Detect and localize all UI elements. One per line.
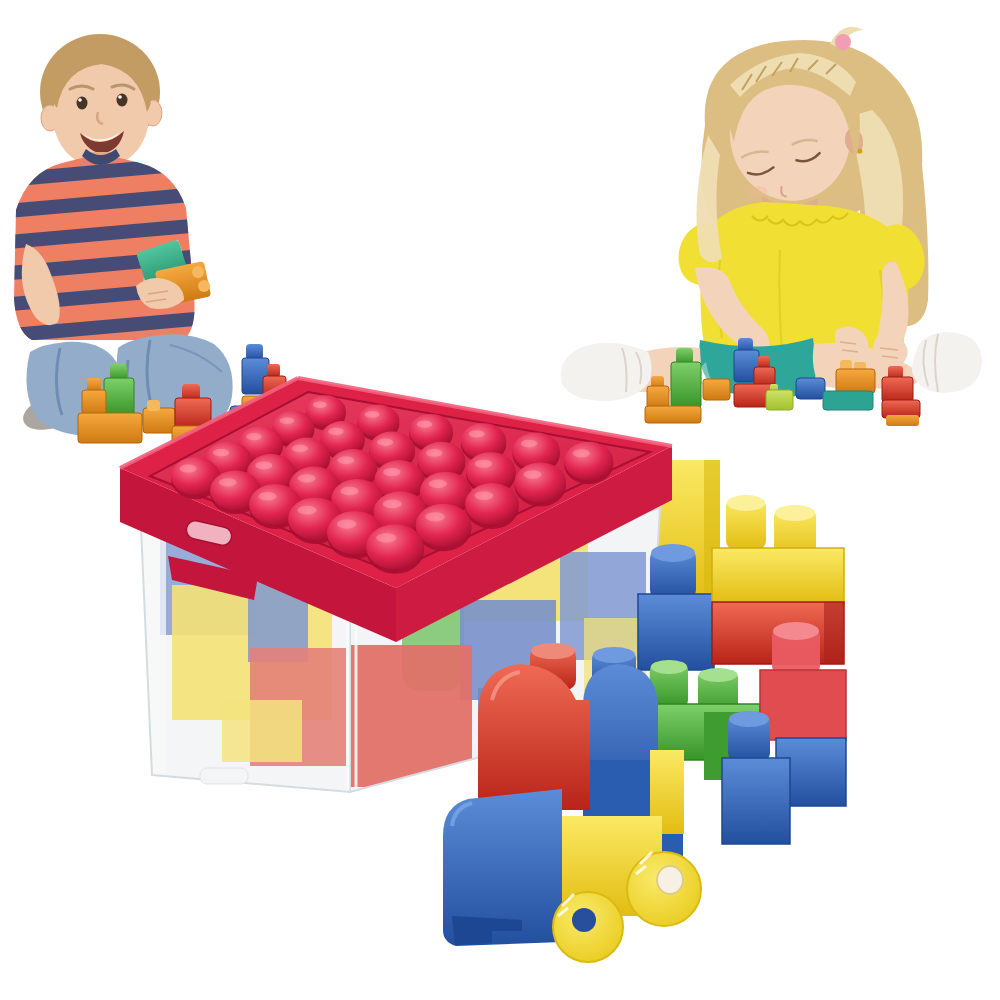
lid-stud [564, 442, 613, 480]
train-rear-wheel [627, 852, 701, 926]
girl-sock-left [561, 343, 652, 401]
boy-eye-left [77, 97, 88, 110]
tower-yellow-double-stud-block [712, 495, 844, 604]
product-photo [0, 0, 1000, 1000]
train-front-wheel [553, 892, 623, 962]
lid-stud [416, 504, 472, 547]
boy-eye-right [117, 94, 128, 107]
girl-hair-tie [835, 34, 851, 50]
girl [561, 27, 982, 401]
lid-stud [465, 483, 519, 525]
lid-stud [366, 524, 424, 569]
lid-stud [515, 462, 566, 502]
train-front-block [443, 789, 562, 946]
scene-canvas [0, 0, 1000, 1000]
